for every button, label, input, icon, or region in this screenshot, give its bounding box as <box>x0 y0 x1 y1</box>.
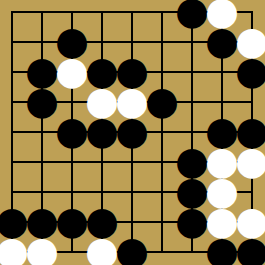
board-intersection[interactable] <box>0 87 27 117</box>
board-intersection[interactable] <box>27 0 57 27</box>
board-intersection[interactable] <box>0 0 27 27</box>
board-intersection[interactable] <box>117 177 147 207</box>
board-intersection[interactable]: ● <box>57 117 87 147</box>
black-stone: ● <box>55 206 89 236</box>
board-cells: ●●●●●●●●●●●●●●●●●●●●●●●●●●●●●●●●●●●●● <box>0 0 265 265</box>
white-stone: ● <box>85 236 119 265</box>
board-intersection[interactable]: ● <box>207 237 237 265</box>
board-intersection[interactable] <box>0 117 27 147</box>
board-intersection[interactable] <box>177 57 207 87</box>
black-stone: ● <box>205 26 239 56</box>
board-intersection[interactable]: ● <box>117 117 147 147</box>
board-intersection[interactable] <box>147 27 177 57</box>
board-intersection[interactable]: ● <box>177 207 207 237</box>
board-intersection[interactable]: ● <box>87 237 117 265</box>
board-intersection[interactable] <box>147 207 177 237</box>
board-intersection[interactable]: ● <box>237 147 265 177</box>
board-intersection[interactable] <box>27 147 57 177</box>
black-stone: ● <box>235 56 265 86</box>
board-intersection[interactable] <box>147 0 177 27</box>
board-intersection[interactable]: ● <box>27 87 57 117</box>
board-intersection[interactable] <box>147 177 177 207</box>
board-intersection[interactable] <box>0 27 27 57</box>
black-stone: ● <box>175 206 209 236</box>
board-intersection[interactable]: ● <box>0 237 27 265</box>
board-intersection[interactable]: ● <box>207 27 237 57</box>
black-stone: ● <box>85 116 119 146</box>
black-stone: ● <box>115 116 149 146</box>
board-intersection[interactable] <box>147 237 177 265</box>
board-intersection[interactable]: ● <box>57 57 87 87</box>
board-intersection[interactable] <box>87 0 117 27</box>
white-stone: ● <box>235 146 265 176</box>
board-intersection[interactable]: ● <box>27 237 57 265</box>
black-stone: ● <box>25 86 59 116</box>
white-stone: ● <box>25 236 59 265</box>
black-stone: ● <box>115 236 149 265</box>
board-intersection[interactable]: ● <box>237 237 265 265</box>
go-board: ●●●●●●●●●●●●●●●●●●●●●●●●●●●●●●●●●●●●● <box>0 0 265 265</box>
board-intersection[interactable]: ● <box>237 57 265 87</box>
board-intersection[interactable]: ● <box>87 117 117 147</box>
board-intersection[interactable] <box>177 87 207 117</box>
black-stone: ● <box>235 236 265 265</box>
board-intersection[interactable] <box>117 0 147 27</box>
board-intersection[interactable] <box>0 57 27 87</box>
board-intersection[interactable]: ● <box>177 0 207 27</box>
black-stone: ● <box>55 116 89 146</box>
black-stone: ● <box>145 86 179 116</box>
board-intersection[interactable] <box>0 147 27 177</box>
board-intersection[interactable]: ● <box>147 87 177 117</box>
board-intersection[interactable]: ● <box>117 237 147 265</box>
board-intersection[interactable] <box>147 147 177 177</box>
black-stone: ● <box>175 0 209 26</box>
black-stone: ● <box>205 236 239 265</box>
board-intersection[interactable]: ● <box>57 207 87 237</box>
white-stone: ● <box>55 56 89 86</box>
